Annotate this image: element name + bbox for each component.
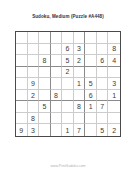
sudoku-cell-r1c7[interactable] (85, 32, 97, 44)
sudoku-cell-r8c8[interactable] (97, 113, 109, 125)
sudoku-cell-r6c8[interactable] (97, 90, 109, 102)
sudoku-cell-r3c2[interactable] (28, 55, 40, 67)
page-title: Sudoku, Medium (Puzzle #A448) (0, 14, 136, 19)
sudoku-cell-r5c7[interactable]: 5 (85, 78, 97, 90)
sudoku-cell-r1c1[interactable] (16, 32, 28, 44)
sudoku-cell-r8c4[interactable] (51, 113, 63, 125)
sudoku-cell-r7c7[interactable]: 1 (85, 101, 97, 113)
sudoku-cell-r7c4[interactable] (51, 101, 63, 113)
sudoku-cell-r4c9[interactable] (108, 67, 120, 79)
sudoku-cell-r6c5[interactable] (62, 90, 74, 102)
sudoku-cell-r4c2[interactable] (28, 67, 40, 79)
sudoku-cell-r1c3[interactable] (39, 32, 51, 44)
sudoku-cell-r9c6[interactable]: 7 (74, 124, 86, 136)
sudoku-cell-r9c1[interactable]: 9 (16, 124, 28, 136)
sudoku-cell-r3c6[interactable]: 2 (74, 55, 86, 67)
sudoku-cell-r8c5[interactable] (62, 113, 74, 125)
sudoku-cell-r5c2[interactable]: 9 (28, 78, 40, 90)
sudoku-cell-r2c3[interactable] (39, 44, 51, 56)
sudoku-cell-r3c5[interactable]: 5 (62, 55, 74, 67)
sudoku-cell-r4c4[interactable] (51, 67, 63, 79)
sudoku-cell-r4c1[interactable] (16, 67, 28, 79)
sudoku-cell-r6c6[interactable] (74, 90, 86, 102)
sudoku-cell-r9c9[interactable]: 2 (108, 124, 120, 136)
sudoku-cell-r5c8[interactable] (97, 78, 109, 90)
sudoku-cell-r6c2[interactable]: 2 (28, 90, 40, 102)
sudoku-cell-r3c3[interactable]: 8 (39, 55, 51, 67)
sudoku-cell-r4c3[interactable] (39, 67, 51, 79)
sudoku-cell-r5c1[interactable] (16, 78, 28, 90)
sudoku-cell-r1c6[interactable] (74, 32, 86, 44)
sudoku-cell-r7c3[interactable]: 5 (39, 101, 51, 113)
sudoku-cell-r2c4[interactable] (51, 44, 63, 56)
sudoku-cell-r2c5[interactable]: 6 (62, 44, 74, 56)
sudoku-cell-r2c6[interactable]: 3 (74, 44, 86, 56)
sudoku-cell-r7c9[interactable] (108, 101, 120, 113)
sudoku-cell-r9c8[interactable]: 5 (97, 124, 109, 136)
sudoku-cell-r3c4[interactable] (51, 55, 63, 67)
sudoku-cell-r1c9[interactable] (108, 32, 120, 44)
sudoku-cell-r8c1[interactable] (16, 113, 28, 125)
sudoku-cell-r7c2[interactable] (28, 101, 40, 113)
sudoku-cell-r8c3[interactable] (39, 113, 51, 125)
sudoku-cell-r2c7[interactable] (85, 44, 97, 56)
sudoku-cell-r5c9[interactable]: 3 (108, 78, 120, 90)
sudoku-cell-r3c7[interactable] (85, 55, 97, 67)
sudoku-cell-r3c8[interactable]: 6 (97, 55, 109, 67)
sudoku-cell-r5c5[interactable] (62, 78, 74, 90)
sudoku-cell-r5c6[interactable]: 1 (74, 78, 86, 90)
sudoku-cell-r8c9[interactable] (108, 113, 120, 125)
sudoku-cell-r7c1[interactable] (16, 101, 28, 113)
sudoku-cell-r1c2[interactable] (28, 32, 40, 44)
sudoku-cell-r8c2[interactable]: 8 (28, 113, 40, 125)
sudoku-cell-r6c3[interactable] (39, 90, 51, 102)
sudoku-cell-r2c8[interactable] (97, 44, 109, 56)
sudoku-cell-r4c7[interactable] (85, 67, 97, 79)
sudoku-cell-r6c9[interactable]: 1 (108, 90, 120, 102)
footer-url: www.PrintSudoku.com (0, 164, 136, 168)
sudoku-cell-r6c4[interactable]: 8 (51, 90, 63, 102)
sudoku-cell-r8c7[interactable] (85, 113, 97, 125)
sudoku-board: 6388526429153286158178931752 (15, 31, 121, 137)
sudoku-cell-r8c6[interactable] (74, 113, 86, 125)
sudoku-cell-r5c3[interactable] (39, 78, 51, 90)
sudoku-cell-r2c1[interactable] (16, 44, 28, 56)
sudoku-cell-r6c7[interactable]: 6 (85, 90, 97, 102)
sudoku-cell-r7c5[interactable] (62, 101, 74, 113)
sudoku-cell-r9c2[interactable]: 3 (28, 124, 40, 136)
sudoku-cell-r9c5[interactable]: 1 (62, 124, 74, 136)
sudoku-cell-r9c4[interactable] (51, 124, 63, 136)
sudoku-cell-r6c1[interactable] (16, 90, 28, 102)
sudoku-cell-r7c6[interactable]: 8 (74, 101, 86, 113)
sudoku-cell-r4c6[interactable] (74, 67, 86, 79)
sudoku-cell-r2c9[interactable]: 8 (108, 44, 120, 56)
sudoku-cell-r1c5[interactable] (62, 32, 74, 44)
sudoku-cell-r3c9[interactable]: 4 (108, 55, 120, 67)
sudoku-cell-r1c4[interactable] (51, 32, 63, 44)
sudoku-cell-r2c2[interactable] (28, 44, 40, 56)
sudoku-cell-r7c8[interactable]: 7 (97, 101, 109, 113)
sudoku-cell-r5c4[interactable] (51, 78, 63, 90)
sudoku-cell-r4c8[interactable] (97, 67, 109, 79)
sudoku-cell-r9c3[interactable] (39, 124, 51, 136)
sudoku-cell-r4c5[interactable]: 2 (62, 67, 74, 79)
sudoku-cell-r1c8[interactable] (97, 32, 109, 44)
sudoku-cell-r3c1[interactable] (16, 55, 28, 67)
sudoku-cell-r9c7[interactable] (85, 124, 97, 136)
